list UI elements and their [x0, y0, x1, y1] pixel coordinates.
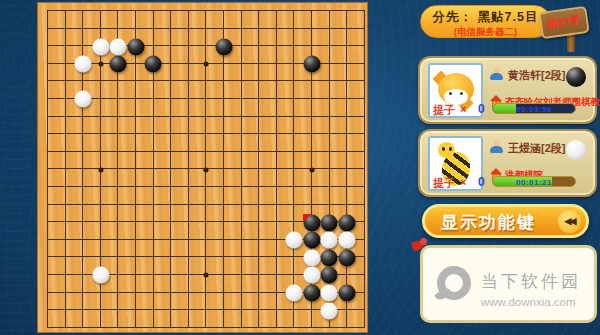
move-number-sign: 第27手: [538, 6, 589, 39]
black-stone: [215, 38, 232, 55]
time-bar: 00:03:56: [492, 103, 576, 114]
white-stone: [338, 232, 355, 249]
captures-count: 0: [478, 175, 485, 189]
rule-text: 分先： 黑贴7.5目: [421, 9, 550, 26]
time-remaining: 00:03:56: [493, 104, 575, 113]
star-point: [98, 167, 103, 172]
black-stone: [338, 284, 355, 301]
star-point: [98, 62, 103, 67]
go-board[interactable]: [37, 2, 368, 333]
show-function-keys-button[interactable]: 显示功能键 ◀◀: [422, 204, 589, 238]
captures-multiply-sign: ×: [460, 103, 466, 115]
white-stone: [303, 267, 320, 284]
white-stone-icon: [566, 140, 586, 160]
double-left-arrow-icon: ◀◀: [558, 210, 581, 233]
white-stone: [321, 284, 338, 301]
black-stone: [303, 232, 320, 249]
captures-multiply-sign: ×: [460, 176, 466, 188]
move-number-text: 第27手: [546, 13, 582, 33]
captures-count: 0: [478, 102, 485, 116]
white-stone: [74, 56, 91, 73]
watermark-site-url: www.downxia.com: [481, 296, 576, 308]
black-stone: [303, 284, 320, 301]
downxia-logo-icon: [437, 266, 471, 300]
captures-label: 提子: [433, 176, 455, 191]
white-stone: [286, 284, 303, 301]
game-rule-banner: 分先： 黑贴7.5目 (电信服务器二): [420, 5, 551, 38]
black-stone: [145, 56, 162, 73]
white-stone: [92, 38, 109, 55]
white-stone: [303, 249, 320, 266]
black-stone: [338, 249, 355, 266]
watermark-site-name: 当下软件园: [481, 270, 581, 293]
white-stone: [92, 267, 109, 284]
star-point: [204, 273, 209, 278]
person-icon: [490, 140, 503, 153]
black-stone: [110, 56, 127, 73]
black-stone: [338, 214, 355, 231]
player-card-black: 黄浩轩[2段] 齐齐哈尔刘老师围棋教 提子 × 0 00:03:56: [418, 56, 597, 124]
white-stone: [321, 232, 338, 249]
black-stone: [321, 214, 338, 231]
player-card-white: 王煜涵[2段] 洪都棋院 提子 × 0 00:01:21: [418, 129, 597, 197]
black-stone: [303, 56, 320, 73]
time-bar: 00:01:21: [492, 176, 576, 187]
player-name: 王煜涵[2段]: [508, 141, 565, 156]
white-stone: [286, 232, 303, 249]
white-stone: [110, 38, 127, 55]
person-icon: [490, 67, 503, 80]
button-label: 显示功能键: [441, 211, 536, 234]
server-name: (电信服务器二): [421, 26, 550, 39]
star-point: [309, 167, 314, 172]
player-name: 黄浩轩[2段]: [508, 68, 565, 83]
star-point: [204, 62, 209, 67]
black-stone: [321, 249, 338, 266]
captures-label: 提子: [433, 103, 455, 118]
white-stone: [321, 302, 338, 319]
game-window: 分先： 黑贴7.5目 (电信服务器二) 第27手 黄浩轩[2段] 齐齐哈尔刘老师…: [0, 0, 600, 335]
star-point: [204, 167, 209, 172]
watermark-card: 当下软件园 www.downxia.com: [420, 245, 597, 323]
last-move-marker: [303, 214, 311, 222]
black-stone: [321, 267, 338, 284]
time-remaining: 00:01:21: [493, 177, 575, 186]
black-stone: [127, 38, 144, 55]
black-stone-icon: [566, 67, 586, 87]
white-stone: [74, 91, 91, 108]
